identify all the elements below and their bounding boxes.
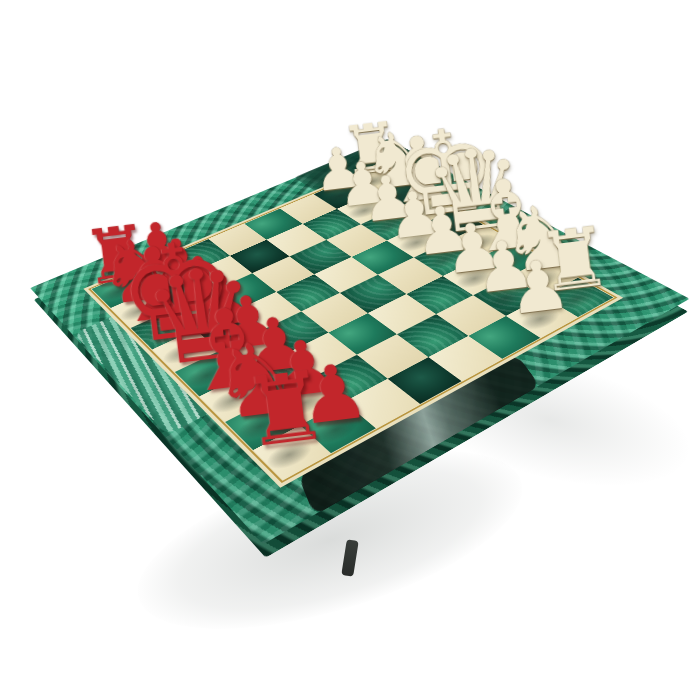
gold-pinstripe: ♜♟♟♜♞♟♟♞♝♟♟♝♚♟♟♚♛♟♟♛♝♟♟♝♞♟♟♞♜♟♟♜ [88, 165, 617, 483]
piece-anchor: ♟ [512, 299, 572, 334]
piece-anchor: ♜ [263, 430, 321, 475]
playing-area: ♜♟♟♜♞♟♟♞♝♟♟♝♚♟♟♚♛♟♟♛♝♟♟♝♞♟♟♞♜♟♟♜ [92, 166, 614, 479]
piece-upright: ♜ [176, 271, 386, 467]
piece-upright: ♟ [440, 156, 626, 329]
board-foot [341, 539, 358, 576]
red-rook: ♜ [239, 361, 334, 460]
ivory-pawn: ♟ [504, 250, 574, 323]
board-slab: ♜♟♟♜♞♟♟♞♝♟♟♝♚♟♟♚♛♟♟♛♝♟♟♝♞♟♟♞♜♟♟♜ [30, 140, 689, 545]
board-square: ♜ [253, 425, 330, 479]
board-frame: ♜♟♟♜♞♟♟♞♝♟♟♝♚♟♟♚♛♟♟♛♝♟♟♝♞♟♟♞♜♟♟♜ [30, 140, 689, 545]
product-photo: ♜♟♟♜♞♟♟♞♝♟♟♝♚♟♟♚♛♟♟♛♝♟♟♝♞♟♟♞♜♟♟♜ [0, 0, 700, 700]
